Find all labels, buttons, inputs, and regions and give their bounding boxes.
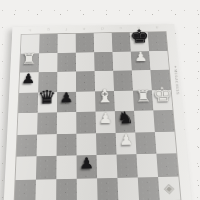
square-c2[interactable] — [56, 155, 76, 178]
square-h8[interactable] — [148, 32, 168, 51]
square-a2[interactable] — [16, 156, 37, 179]
square-d8[interactable] — [76, 33, 94, 52]
square-h1[interactable]: ◈ — [158, 176, 180, 200]
square-f8[interactable] — [112, 33, 131, 52]
piece-white-king-h5[interactable]: ♚ — [152, 85, 174, 105]
piece-white-rook-a7[interactable]: ♜ — [21, 51, 37, 66]
square-h3[interactable] — [155, 131, 177, 153]
square-c6[interactable] — [57, 71, 76, 91]
file-label-d-top: d — [101, 27, 104, 31]
square-b7[interactable] — [39, 53, 58, 73]
square-c1[interactable] — [56, 178, 77, 200]
piece-black-king-g8[interactable]: ♚ — [129, 27, 149, 45]
square-d3[interactable] — [76, 133, 96, 156]
square-c8[interactable] — [57, 34, 75, 53]
square-c7[interactable] — [57, 52, 76, 72]
square-g2[interactable] — [136, 154, 158, 177]
chess-mat: abcdefgh ◈ ♚♜♟♟♛♟♝♜♚♟♞♟♟ abcdefgh ✦MEGAC… — [3, 24, 193, 200]
square-c4[interactable] — [57, 112, 77, 134]
square-c3[interactable] — [57, 133, 77, 156]
piece-black-knight-f4[interactable]: ♞ — [116, 109, 133, 126]
square-f1[interactable] — [117, 177, 139, 200]
square-f6[interactable] — [113, 70, 133, 90]
square-f7[interactable] — [112, 51, 131, 71]
square-b8[interactable] — [39, 34, 58, 53]
square-h4[interactable] — [153, 110, 174, 132]
file-label-a-top: a — [156, 26, 159, 30]
brand-emblem-icon: ◈ — [163, 181, 175, 196]
square-e8[interactable] — [94, 33, 113, 52]
square-g4[interactable] — [134, 110, 155, 132]
square-a3[interactable] — [17, 134, 38, 157]
file-label-h-top: h — [29, 28, 32, 32]
square-e3[interactable] — [96, 132, 116, 154]
file-label-g-top: g — [47, 28, 50, 32]
square-e1[interactable] — [97, 177, 118, 200]
square-b1[interactable] — [35, 179, 56, 200]
piece-black-pawn-a6[interactable]: ♟ — [21, 72, 35, 85]
square-d4[interactable] — [76, 112, 96, 134]
piece-black-pawn-d2[interactable]: ♟ — [79, 156, 94, 172]
file-label-f-top: f — [66, 27, 68, 31]
square-g3[interactable] — [135, 132, 156, 154]
file-label-c-top: c — [119, 26, 122, 30]
square-d6[interactable] — [76, 71, 95, 91]
square-b2[interactable] — [36, 156, 57, 179]
square-b3[interactable] — [37, 134, 57, 157]
square-g1[interactable] — [138, 177, 160, 200]
piece-white-rook-g5[interactable]: ♜ — [135, 88, 152, 104]
piece-white-pawn-f3[interactable]: ♟ — [119, 133, 134, 148]
table-surface: abcdefgh ◈ ♚♜♟♟♛♟♝♜♚♟♞♟♟ abcdefgh ✦MEGAC… — [0, 0, 200, 200]
square-d1[interactable] — [77, 178, 98, 200]
square-a4[interactable] — [17, 113, 37, 135]
file-label-e-top: e — [83, 27, 86, 31]
square-a1[interactable] — [15, 179, 36, 200]
square-d5[interactable] — [76, 91, 95, 112]
piece-white-pawn-e4[interactable]: ♟ — [98, 112, 113, 126]
square-e2[interactable] — [97, 155, 118, 178]
square-e7[interactable] — [94, 52, 113, 72]
square-d7[interactable] — [76, 52, 95, 72]
square-b4[interactable] — [37, 112, 57, 134]
brand-text: ✦MEGACHESS — [173, 65, 180, 95]
square-f2[interactable] — [117, 154, 138, 177]
piece-black-queen-b5[interactable]: ♛ — [37, 88, 56, 107]
piece-black-pawn-c5[interactable]: ♟ — [59, 92, 73, 106]
square-h7[interactable] — [149, 50, 169, 70]
square-a5[interactable] — [18, 92, 38, 113]
square-h2[interactable] — [156, 153, 178, 176]
brand-mark-icon: ✦ — [173, 65, 178, 69]
piece-white-pawn-g7[interactable]: ♟ — [134, 51, 148, 64]
piece-white-bishop-e5[interactable]: ♝ — [95, 87, 114, 106]
